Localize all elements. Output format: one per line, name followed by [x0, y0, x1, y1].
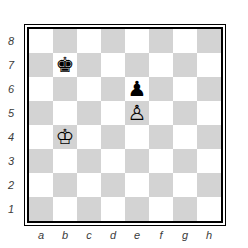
square-f2[interactable]	[149, 173, 173, 197]
square-e3[interactable]	[125, 149, 149, 173]
square-b5[interactable]	[53, 101, 77, 125]
square-c8[interactable]	[77, 29, 101, 53]
square-e2[interactable]	[125, 173, 149, 197]
square-g4[interactable]	[173, 125, 197, 149]
square-c6[interactable]	[77, 77, 101, 101]
square-h5[interactable]	[197, 101, 221, 125]
square-h6[interactable]	[197, 77, 221, 101]
file-label-a: a	[29, 227, 53, 243]
square-b3[interactable]	[53, 149, 77, 173]
square-g2[interactable]	[173, 173, 197, 197]
square-d7[interactable]	[101, 53, 125, 77]
square-a6[interactable]	[29, 77, 53, 101]
square-c4[interactable]	[77, 125, 101, 149]
square-a2[interactable]	[29, 173, 53, 197]
black-pawn[interactable]: ♟	[128, 77, 147, 101]
square-b6[interactable]	[53, 77, 77, 101]
file-label-b: b	[53, 227, 77, 243]
square-e4[interactable]	[125, 125, 149, 149]
square-h2[interactable]	[197, 173, 221, 197]
rank-label-7: 7	[0, 53, 19, 77]
square-f3[interactable]	[149, 149, 173, 173]
square-g5[interactable]	[173, 101, 197, 125]
square-b8[interactable]	[53, 29, 77, 53]
square-h7[interactable]	[197, 53, 221, 77]
rank-label-6: 6	[0, 77, 19, 101]
board-border: ♚♟♙♔	[27, 27, 223, 223]
square-d4[interactable]	[101, 125, 125, 149]
square-a5[interactable]	[29, 101, 53, 125]
file-label-c: c	[77, 227, 101, 243]
square-b1[interactable]	[53, 197, 77, 221]
rank-label-8: 8	[0, 29, 19, 53]
square-f6[interactable]	[149, 77, 173, 101]
white-king[interactable]: ♔	[56, 125, 75, 149]
square-h3[interactable]	[197, 149, 221, 173]
square-f5[interactable]	[149, 101, 173, 125]
square-f8[interactable]	[149, 29, 173, 53]
square-f4[interactable]	[149, 125, 173, 149]
square-g3[interactable]	[173, 149, 197, 173]
square-d1[interactable]	[101, 197, 125, 221]
square-f7[interactable]	[149, 53, 173, 77]
square-a4[interactable]	[29, 125, 53, 149]
square-d6[interactable]	[101, 77, 125, 101]
square-b7[interactable]: ♚	[53, 53, 77, 77]
square-a3[interactable]	[29, 149, 53, 173]
square-c1[interactable]	[77, 197, 101, 221]
square-e8[interactable]	[125, 29, 149, 53]
rank-label-1: 1	[0, 197, 19, 221]
square-c7[interactable]	[77, 53, 101, 77]
square-h1[interactable]	[197, 197, 221, 221]
file-label-e: e	[125, 227, 149, 243]
square-d5[interactable]	[101, 101, 125, 125]
board-frame: ♚♟♙♔	[24, 24, 226, 226]
square-h4[interactable]	[197, 125, 221, 149]
rank-label-5: 5	[0, 101, 19, 125]
file-label-h: h	[197, 227, 221, 243]
square-c5[interactable]	[77, 101, 101, 125]
square-e7[interactable]	[125, 53, 149, 77]
square-e5[interactable]: ♙	[125, 101, 149, 125]
square-a1[interactable]	[29, 197, 53, 221]
square-d8[interactable]	[101, 29, 125, 53]
square-b2[interactable]	[53, 173, 77, 197]
file-label-g: g	[173, 227, 197, 243]
square-d3[interactable]	[101, 149, 125, 173]
rank-labels: 87654321	[0, 29, 19, 221]
square-g7[interactable]	[173, 53, 197, 77]
file-labels: abcdefgh	[29, 227, 221, 243]
square-e6[interactable]: ♟	[125, 77, 149, 101]
rank-label-4: 4	[0, 125, 19, 149]
square-h8[interactable]	[197, 29, 221, 53]
square-a7[interactable]	[29, 53, 53, 77]
square-c3[interactable]	[77, 149, 101, 173]
rank-label-3: 3	[0, 149, 19, 173]
file-label-d: d	[101, 227, 125, 243]
square-a8[interactable]	[29, 29, 53, 53]
rank-label-2: 2	[0, 173, 19, 197]
square-d2[interactable]	[101, 173, 125, 197]
square-f1[interactable]	[149, 197, 173, 221]
square-g1[interactable]	[173, 197, 197, 221]
square-g6[interactable]	[173, 77, 197, 101]
square-b4[interactable]: ♔	[53, 125, 77, 149]
square-c2[interactable]	[77, 173, 101, 197]
file-label-f: f	[149, 227, 173, 243]
square-e1[interactable]	[125, 197, 149, 221]
white-pawn[interactable]: ♙	[128, 101, 147, 125]
chess-board: ♚♟♙♔	[29, 29, 221, 221]
square-g8[interactable]	[173, 29, 197, 53]
black-king[interactable]: ♚	[56, 53, 75, 77]
chess-diagram: 87654321 ♚♟♙♔ abcdefgh	[0, 0, 248, 248]
